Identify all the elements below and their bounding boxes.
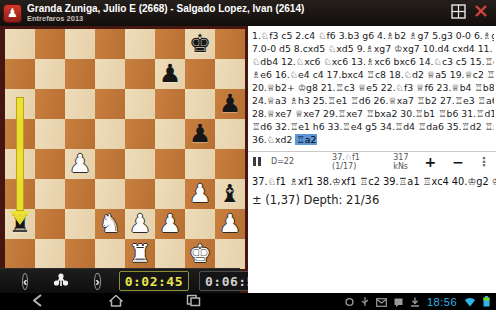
square-c8[interactable]: [65, 29, 95, 59]
square-f6[interactable]: [155, 89, 185, 119]
white-knight: ♞: [95, 209, 125, 239]
move-line[interactable]: 28.♕xe7 ♕xe7 29.♖xe7 ♖bxa2 30.♖b1 ♖b6 31…: [252, 107, 494, 120]
engine-toolbar: D=22 37.♘f1 (1/17) 317 kNs + − ⋮: [248, 152, 496, 171]
square-a1[interactable]: [5, 239, 35, 269]
black-rook: ♜: [5, 209, 35, 239]
square-f8[interactable]: [155, 29, 185, 59]
remove-line-button[interactable]: −: [452, 155, 464, 169]
square-c4[interactable]: ♟: [65, 149, 95, 179]
previous-move-button[interactable]: ‹: [22, 273, 28, 290]
email-icon: [376, 293, 387, 310]
white-pawn: ♟: [65, 149, 95, 179]
move-line-current[interactable]: 36.♘xd2 ♖a2: [252, 133, 494, 146]
move-text[interactable]: 36.♘xd2: [252, 134, 295, 145]
white-rook: ♜: [125, 239, 155, 269]
square-h6[interactable]: ♟: [215, 89, 245, 119]
move-line[interactable]: ♘db4 12.♘xc6 ♘xc6 13.♗xc6 bxc6 14.♘c3 c5…: [252, 55, 494, 68]
square-b2[interactable]: [35, 209, 65, 239]
usb-icon: [361, 293, 369, 310]
square-g7[interactable]: [185, 59, 215, 89]
square-d1[interactable]: [95, 239, 125, 269]
square-g8[interactable]: ♚: [185, 29, 215, 59]
notation-panel: 1.♘f3 c5 2.c4 ♘f6 3.b3 g6 4.♗b2 ♗g7 5.g3…: [248, 26, 496, 293]
app-icon[interactable]: ♟: [3, 4, 22, 23]
square-a7[interactable]: [5, 59, 35, 89]
square-d2[interactable]: ♞: [95, 209, 125, 239]
square-g6[interactable]: [185, 89, 215, 119]
square-g1[interactable]: ♚: [185, 239, 215, 269]
white-king: ♚: [185, 239, 215, 269]
square-d3[interactable]: [95, 179, 125, 209]
square-b8[interactable]: [35, 29, 65, 59]
chat-icon: [394, 293, 403, 310]
square-e3[interactable]: [125, 179, 155, 209]
square-a2[interactable]: ♜: [5, 209, 35, 239]
square-h4[interactable]: [215, 149, 245, 179]
square-c1[interactable]: [65, 239, 95, 269]
move-line[interactable]: 24.♕a3 ♗h3 25.♖e1 ♖d6 26.♕xa7 ♖b2 27.♖e3…: [252, 94, 494, 107]
engine-speed: 317 kNs: [393, 153, 408, 171]
square-g5[interactable]: ♟: [185, 119, 215, 149]
black-bishop: ♝: [215, 179, 245, 209]
square-d7[interactable]: [95, 59, 125, 89]
square-d5[interactable]: [95, 119, 125, 149]
engine-principal-variation[interactable]: 37.♘f1 ♗xf1 38.♔xf1 ♖c2 39.♖a1 ♖xc4 40.♔…: [248, 171, 496, 189]
square-c3[interactable]: [65, 179, 95, 209]
square-d6[interactable]: [95, 89, 125, 119]
square-b4[interactable]: [35, 149, 65, 179]
black-pawn: ♟: [215, 89, 245, 119]
square-f7[interactable]: ♟: [155, 59, 185, 89]
square-a5[interactable]: [5, 119, 35, 149]
board-icon[interactable]: [451, 4, 466, 23]
move-list: 1.♘f3 c5 2.c4 ♘f6 3.b3 g6 4.♗b2 ♗g7 5.g3…: [248, 26, 496, 146]
chess-board: ♚♟♟♟♟♟♝♜♞♟♟♟♜♚: [5, 29, 245, 269]
square-d4[interactable]: [95, 149, 125, 179]
square-h8[interactable]: [215, 29, 245, 59]
white-pawn: ♟: [185, 179, 215, 209]
wifi-icon: [464, 293, 476, 310]
square-f4[interactable]: [155, 149, 185, 179]
title-bar: ♟ Granda Zuniga, Julio E (2668) - Salgad…: [0, 0, 496, 26]
notification-icon: [345, 293, 354, 310]
square-h3[interactable]: ♝: [215, 179, 245, 209]
square-g4[interactable]: [185, 149, 215, 179]
square-f5[interactable]: [155, 119, 185, 149]
square-b5[interactable]: [35, 119, 65, 149]
square-g3[interactable]: ♟: [185, 179, 215, 209]
download-icon: [410, 293, 420, 310]
white-pawn: ♟: [155, 209, 185, 239]
black-pawn: ♟: [155, 59, 185, 89]
pause-icon[interactable]: [253, 157, 261, 166]
move-line[interactable]: 7.0-0 d5 8.cxd5 ♘xd5 9.♗xg7 ♔xg7 10.d4 c…: [252, 42, 494, 55]
board-panel: ♚♟♟♟♟♟♝♜♞♟♟♟♜♚ ‹ › 0:02:45 0:06:55: [0, 26, 248, 293]
square-b6[interactable]: [35, 89, 65, 119]
white-clock: 0:02:45: [119, 271, 189, 291]
home-icon[interactable]: [108, 293, 124, 310]
move-control-bar: ‹ › 0:02:45 0:06:55: [0, 268, 240, 293]
square-c6[interactable]: [65, 89, 95, 119]
event-subtitle: Entrefaros 2013: [27, 14, 451, 23]
black-pawn: ♟: [185, 119, 215, 149]
next-move-button[interactable]: ›: [94, 273, 100, 290]
square-h2[interactable]: ♟: [215, 209, 245, 239]
square-e8[interactable]: [125, 29, 155, 59]
square-e7[interactable]: [125, 59, 155, 89]
square-a3[interactable]: [5, 179, 35, 209]
square-c2[interactable]: [65, 209, 95, 239]
recents-icon[interactable]: [186, 293, 201, 310]
variations-icon[interactable]: [52, 272, 70, 290]
engine-depth: D=22: [271, 157, 294, 166]
app-screen: ♟ Granda Zuniga, Julio E (2668) - Salgad…: [0, 0, 496, 310]
square-e6[interactable]: [125, 89, 155, 119]
white-pawn: ♟: [125, 209, 155, 239]
move-line[interactable]: 1.♘f3 c5 2.c4 ♘f6 3.b3 g6 4.♗b2 ♗g7 5.g3…: [252, 29, 494, 42]
square-f3[interactable]: [155, 179, 185, 209]
square-b1[interactable]: [35, 239, 65, 269]
black-king: ♚: [185, 29, 215, 59]
square-h7[interactable]: [215, 59, 245, 89]
engine-current-move: 37.♘f1 (1/17): [332, 153, 371, 171]
square-a4[interactable]: [5, 149, 35, 179]
square-a8[interactable]: [5, 29, 35, 59]
game-header: Granda Zuniga, Julio E (2668) - Salgado …: [27, 3, 451, 23]
players-title: Granda Zuniga, Julio E (2668) - Salgado …: [27, 3, 451, 14]
move-line[interactable]: ♖d6 32.♖e1 h6 33.♖e4 g5 34.♖d4 ♖da6 35.♖…: [252, 120, 494, 133]
square-e1[interactable]: ♜: [125, 239, 155, 269]
overflow-menu-icon[interactable]: ⋮: [478, 155, 490, 169]
status-icons: 18:56: [345, 293, 490, 310]
square-e4[interactable]: [125, 149, 155, 179]
engine-evaluation: ± (1,37) Depth: 21/36: [248, 189, 496, 207]
android-navbar: 18:56: [0, 293, 496, 310]
square-b3[interactable]: [35, 179, 65, 209]
square-h5[interactable]: [215, 119, 245, 149]
square-g2[interactable]: [185, 209, 215, 239]
square-e5[interactable]: [125, 119, 155, 149]
square-f1[interactable]: [155, 239, 185, 269]
back-icon[interactable]: [30, 293, 46, 310]
move-line[interactable]: 20.♕b2+ ♔g8 21.♖c3 ♕e5 22.♘f3 ♕f6 23.♕b4…: [252, 81, 494, 94]
square-c5[interactable]: [65, 119, 95, 149]
white-pawn: ♟: [215, 209, 245, 239]
square-a6[interactable]: [5, 89, 35, 119]
square-f2[interactable]: ♟: [155, 209, 185, 239]
move-line[interactable]: ♗e6 16.♘e4 c4 17.bxc4 ♖c8 18.♘d2 ♕a5 19.…: [252, 68, 494, 81]
clock-time: 18:56: [427, 296, 457, 308]
add-line-button[interactable]: +: [425, 155, 437, 169]
square-c7[interactable]: [65, 59, 95, 89]
square-b7[interactable]: [35, 59, 65, 89]
square-h1[interactable]: [215, 239, 245, 269]
square-d8[interactable]: [95, 29, 125, 59]
battery-icon: [483, 293, 490, 310]
square-e2[interactable]: ♟: [125, 209, 155, 239]
selected-move[interactable]: ♖a2: [295, 134, 317, 145]
close-icon[interactable]: [474, 4, 488, 22]
